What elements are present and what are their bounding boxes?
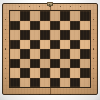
square-g3[interactable] [70,59,80,69]
square-e6[interactable] [50,30,60,40]
frame-pin-icon [93,48,94,49]
square-f6[interactable] [60,30,70,40]
frame-pin-icon [5,19,6,20]
square-f2[interactable] [60,68,70,78]
frame-pin-icon [19,94,20,95]
square-g4[interactable] [70,49,80,59]
frame-pin-icon [5,29,6,30]
square-b5[interactable] [20,40,30,50]
square-e4[interactable] [50,49,60,59]
frame-pin-icon [5,78,6,79]
frame-pin-icon [93,78,94,79]
hinge [47,2,53,6]
square-e2[interactable] [50,68,60,78]
square-c6[interactable] [30,30,40,40]
square-a7[interactable] [10,21,20,31]
square-d6[interactable] [40,30,50,40]
square-h2[interactable] [80,68,90,78]
chessboard-photo [0,0,100,100]
frame-pin-icon [60,94,61,95]
frame-pin-icon [39,94,40,95]
square-g5[interactable] [70,40,80,50]
square-b1[interactable] [20,78,30,88]
frame-pin-icon [70,6,71,7]
frame-pin-icon [5,68,6,69]
square-b7[interactable] [20,21,30,31]
frame-pin-icon [5,58,6,59]
square-e5[interactable] [50,40,60,50]
square-e1[interactable] [50,78,60,88]
square-d2[interactable] [40,68,50,78]
square-a8[interactable] [10,11,20,21]
hinge-screw-icon [52,4,53,5]
frame-pin-icon [60,6,61,7]
square-f5[interactable] [60,40,70,50]
square-f7[interactable] [60,21,70,31]
square-d8[interactable] [40,11,50,21]
hinge-screw-icon [49,4,50,5]
square-f1[interactable] [60,78,70,88]
square-c7[interactable] [30,21,40,31]
square-b2[interactable] [20,68,30,78]
square-h4[interactable] [80,49,90,59]
fold-seam [50,3,51,95]
square-h3[interactable] [80,59,90,69]
square-c2[interactable] [30,68,40,78]
square-g2[interactable] [70,68,80,78]
square-g7[interactable] [70,21,80,31]
square-f8[interactable] [60,11,70,21]
square-g1[interactable] [70,78,80,88]
frame-pin-icon [29,6,30,7]
square-d3[interactable] [40,59,50,69]
square-b4[interactable] [20,49,30,59]
square-f4[interactable] [60,49,70,59]
square-a5[interactable] [10,40,20,50]
frame-pin-icon [93,39,94,40]
square-g8[interactable] [70,11,80,21]
frame-pin-icon [39,6,40,7]
square-b6[interactable] [20,30,30,40]
square-c8[interactable] [30,11,40,21]
square-e8[interactable] [50,11,60,21]
square-d4[interactable] [40,49,50,59]
square-h6[interactable] [80,30,90,40]
square-h5[interactable] [80,40,90,50]
square-d7[interactable] [40,21,50,31]
square-h7[interactable] [80,21,90,31]
square-a3[interactable] [10,59,20,69]
square-a1[interactable] [10,78,20,88]
frame-pin-icon [70,94,71,95]
frame-pin-icon [29,94,30,95]
square-e7[interactable] [50,21,60,31]
square-b8[interactable] [20,11,30,21]
square-d1[interactable] [40,78,50,88]
square-a4[interactable] [10,49,20,59]
square-c3[interactable] [30,59,40,69]
frame-pin-icon [80,94,81,95]
square-e3[interactable] [50,59,60,69]
square-h1[interactable] [80,78,90,88]
frame-pin-icon [5,48,6,49]
square-c4[interactable] [30,49,40,59]
square-h8[interactable] [80,11,90,21]
square-c1[interactable] [30,78,40,88]
frame-pin-icon [93,19,94,20]
frame-pin-icon [93,58,94,59]
fold-seam-bottom [50,88,51,95]
square-b3[interactable] [20,59,30,69]
square-a2[interactable] [10,68,20,78]
square-d5[interactable] [40,40,50,50]
frame-pin-icon [19,6,20,7]
square-g6[interactable] [70,30,80,40]
frame-pin-icon [5,39,6,40]
frame-pin-icon [93,29,94,30]
frame-pin-icon [93,68,94,69]
frame-pin-icon [80,6,81,7]
square-f3[interactable] [60,59,70,69]
square-c5[interactable] [30,40,40,50]
square-a6[interactable] [10,30,20,40]
